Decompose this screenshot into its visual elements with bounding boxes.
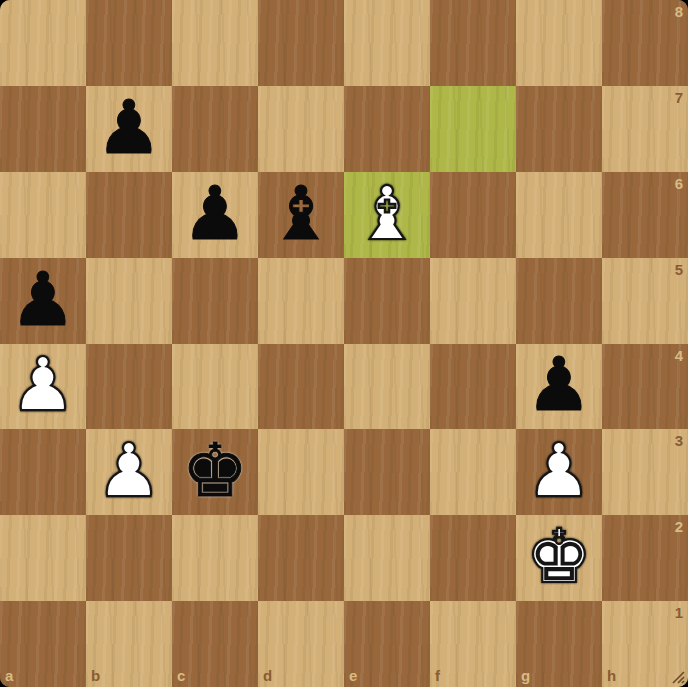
piece-white-pawn-b3[interactable]: ♟: [96, 433, 162, 507]
square-a4[interactable]: ♟: [0, 344, 86, 430]
piece-white-pawn-g3[interactable]: ♟: [526, 433, 592, 507]
square-a8[interactable]: [0, 0, 86, 86]
square-c4[interactable]: [172, 344, 258, 430]
file-label-h: h: [607, 667, 616, 684]
rank-label-2: 2: [675, 518, 683, 535]
rank-label-3: 3: [675, 432, 683, 449]
square-g2[interactable]: ♚: [516, 515, 602, 601]
square-f4[interactable]: [430, 344, 516, 430]
square-h5[interactable]: 5: [602, 258, 688, 344]
square-a1[interactable]: a: [0, 601, 86, 687]
square-b8[interactable]: [86, 0, 172, 86]
square-e6[interactable]: ♝: [344, 172, 430, 258]
resize-handle-icon[interactable]: [670, 669, 686, 685]
square-e3[interactable]: [344, 429, 430, 515]
rank-label-8: 8: [675, 3, 683, 20]
rank-label-7: 7: [675, 89, 683, 106]
square-a3[interactable]: [0, 429, 86, 515]
square-h2[interactable]: 2: [602, 515, 688, 601]
square-a7[interactable]: [0, 86, 86, 172]
square-d2[interactable]: [258, 515, 344, 601]
piece-black-pawn-g4[interactable]: ♟: [526, 347, 592, 421]
square-a2[interactable]: [0, 515, 86, 601]
square-e2[interactable]: [344, 515, 430, 601]
square-c3[interactable]: ♚: [172, 429, 258, 515]
square-g8[interactable]: [516, 0, 602, 86]
square-b7[interactable]: ♟: [86, 86, 172, 172]
piece-white-bishop-e6[interactable]: ♝: [354, 176, 420, 250]
square-a6[interactable]: [0, 172, 86, 258]
piece-black-pawn-a5[interactable]: ♟: [10, 262, 76, 336]
square-d8[interactable]: [258, 0, 344, 86]
square-e4[interactable]: [344, 344, 430, 430]
rank-label-5: 5: [675, 261, 683, 278]
square-b3[interactable]: ♟: [86, 429, 172, 515]
square-f3[interactable]: [430, 429, 516, 515]
file-label-g: g: [521, 667, 530, 684]
square-a5[interactable]: ♟: [0, 258, 86, 344]
file-label-c: c: [177, 667, 185, 684]
square-g7[interactable]: [516, 86, 602, 172]
piece-black-bishop-d6[interactable]: ♝: [268, 176, 334, 250]
square-b2[interactable]: [86, 515, 172, 601]
piece-black-pawn-b7[interactable]: ♟: [96, 90, 162, 164]
file-label-a: a: [5, 667, 13, 684]
file-label-b: b: [91, 667, 100, 684]
square-g6[interactable]: [516, 172, 602, 258]
square-e1[interactable]: e: [344, 601, 430, 687]
square-h3[interactable]: 3: [602, 429, 688, 515]
file-label-d: d: [263, 667, 272, 684]
square-h8[interactable]: 8: [602, 0, 688, 86]
square-f5[interactable]: [430, 258, 516, 344]
square-g4[interactable]: ♟: [516, 344, 602, 430]
square-d7[interactable]: [258, 86, 344, 172]
square-g5[interactable]: [516, 258, 602, 344]
piece-white-pawn-a4[interactable]: ♟: [10, 347, 76, 421]
square-c8[interactable]: [172, 0, 258, 86]
square-h4[interactable]: 4: [602, 344, 688, 430]
square-b5[interactable]: [86, 258, 172, 344]
square-d3[interactable]: [258, 429, 344, 515]
square-e8[interactable]: [344, 0, 430, 86]
square-e7[interactable]: [344, 86, 430, 172]
square-f1[interactable]: f: [430, 601, 516, 687]
square-d4[interactable]: [258, 344, 344, 430]
square-d1[interactable]: d: [258, 601, 344, 687]
piece-black-pawn-c6[interactable]: ♟: [182, 176, 248, 250]
square-h7[interactable]: 7: [602, 86, 688, 172]
file-label-f: f: [435, 667, 440, 684]
piece-black-king-c3[interactable]: ♚: [182, 433, 248, 507]
square-e5[interactable]: [344, 258, 430, 344]
square-c5[interactable]: [172, 258, 258, 344]
rank-label-1: 1: [675, 604, 683, 621]
square-f6[interactable]: [430, 172, 516, 258]
square-f7[interactable]: [430, 86, 516, 172]
square-f8[interactable]: [430, 0, 516, 86]
square-c6[interactable]: ♟: [172, 172, 258, 258]
rank-label-6: 6: [675, 175, 683, 192]
square-c2[interactable]: [172, 515, 258, 601]
piece-white-king-g2[interactable]: ♚: [526, 519, 592, 593]
square-f2[interactable]: [430, 515, 516, 601]
file-label-e: e: [349, 667, 357, 684]
square-h1[interactable]: h1: [602, 601, 688, 687]
square-h6[interactable]: 6: [602, 172, 688, 258]
rank-label-4: 4: [675, 347, 683, 364]
square-c7[interactable]: [172, 86, 258, 172]
square-c1[interactable]: c: [172, 601, 258, 687]
square-d6[interactable]: ♝: [258, 172, 344, 258]
square-b4[interactable]: [86, 344, 172, 430]
square-g3[interactable]: ♟: [516, 429, 602, 515]
chess-board: 8♟7♟♝♝6♟5♟♟4♟♚♟3♚2abcdefgh1: [0, 0, 688, 687]
square-d5[interactable]: [258, 258, 344, 344]
square-g1[interactable]: g: [516, 601, 602, 687]
square-b6[interactable]: [86, 172, 172, 258]
square-b1[interactable]: b: [86, 601, 172, 687]
